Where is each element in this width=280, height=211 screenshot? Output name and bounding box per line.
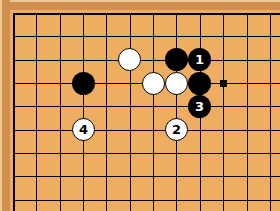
move-number-label: 1 xyxy=(195,53,204,66)
grid-line-vertical xyxy=(247,13,248,211)
grid-line-vertical xyxy=(60,13,61,211)
move-number-label: 2 xyxy=(172,123,181,136)
grid-line-horizontal xyxy=(13,106,280,107)
grid-line-vertical xyxy=(223,13,224,211)
grid-line-horizontal xyxy=(13,153,280,154)
black-stone xyxy=(165,48,188,71)
grid-line-vertical xyxy=(13,13,15,211)
grid-line-vertical xyxy=(270,13,271,211)
grid-line-horizontal xyxy=(13,60,280,61)
grid-line-vertical xyxy=(83,13,84,211)
grid-line-horizontal xyxy=(13,13,280,15)
black-stone-move-1: 1 xyxy=(188,48,211,71)
black-stone xyxy=(72,72,95,95)
grid-line-horizontal xyxy=(13,130,280,131)
grid-line-horizontal xyxy=(13,176,280,177)
white-stone xyxy=(165,72,188,95)
go-board-diagram: 1342 xyxy=(0,0,280,211)
hoshi-star-point-marker xyxy=(220,80,227,87)
white-stone-move-4: 4 xyxy=(72,118,95,141)
black-stone-move-3: 3 xyxy=(188,95,211,118)
grid-line-vertical xyxy=(176,13,177,211)
grid-line-vertical xyxy=(106,13,107,211)
white-stone xyxy=(118,48,141,71)
white-stone-move-2: 2 xyxy=(165,118,188,141)
move-number-label: 4 xyxy=(79,123,88,136)
board-frame-top-edge xyxy=(0,0,280,10)
board-frame-left-edge xyxy=(0,0,10,211)
move-number-label: 3 xyxy=(195,100,204,113)
grid-line-vertical xyxy=(36,13,37,211)
black-stone xyxy=(188,72,211,95)
grid-line-vertical xyxy=(153,13,154,211)
grid-line-horizontal xyxy=(13,200,280,201)
grid-line-horizontal xyxy=(13,36,280,37)
white-stone xyxy=(142,72,165,95)
grid-line-vertical xyxy=(130,13,131,211)
